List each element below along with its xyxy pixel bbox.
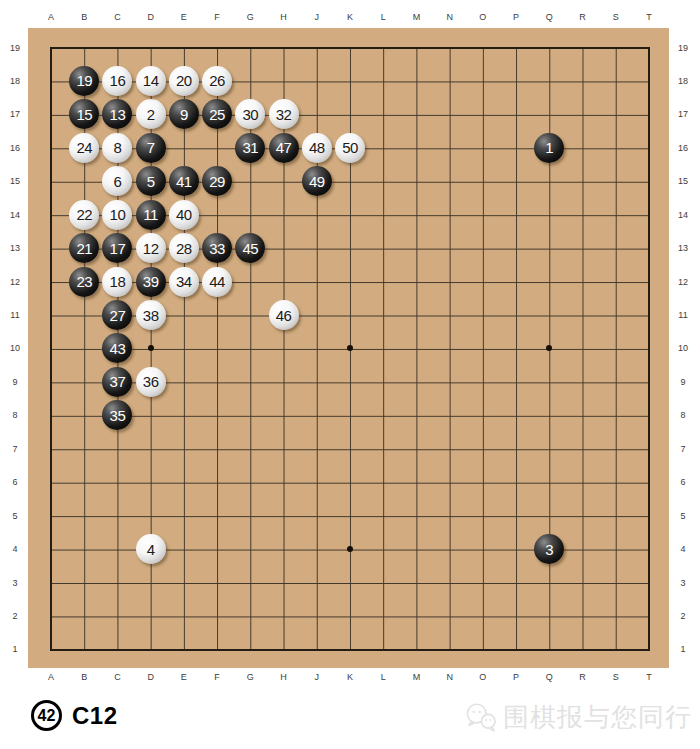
coord-right-16: 16	[678, 143, 688, 153]
coord-right-18: 18	[678, 76, 688, 86]
stone-white-4[interactable]: 4	[136, 534, 166, 564]
coord-bottom-e: E	[181, 672, 187, 682]
coord-left-10: 10	[10, 343, 20, 353]
coord-right-2: 2	[680, 611, 685, 621]
coord-top-s: S	[613, 12, 619, 22]
coord-right-12: 12	[678, 277, 688, 287]
coord-left-12: 12	[10, 277, 20, 287]
coord-bottom-g: G	[247, 672, 254, 682]
coord-left-2: 2	[12, 611, 17, 621]
stone-white-12[interactable]: 12	[136, 233, 166, 263]
coord-left-6: 6	[12, 477, 17, 487]
coord-top-p: P	[513, 12, 519, 22]
stone-black-39[interactable]: 39	[136, 267, 166, 297]
stones-layer: 1234567891011121314151617181920212223242…	[34, 31, 665, 666]
stone-black-29[interactable]: 29	[202, 166, 232, 196]
coord-bottom-t: T	[646, 672, 652, 682]
stone-white-46[interactable]: 46	[269, 300, 299, 330]
watermark: 围棋报与您同行	[464, 696, 692, 738]
watermark-text: 围棋报与您同行	[503, 700, 692, 735]
coord-bottom-b: B	[81, 672, 87, 682]
coord-right-5: 5	[680, 511, 685, 521]
coord-top-l: L	[381, 12, 386, 22]
stone-white-48[interactable]: 48	[302, 133, 332, 163]
coord-right-17: 17	[678, 109, 688, 119]
stone-black-27[interactable]: 27	[102, 300, 132, 330]
stone-white-50[interactable]: 50	[335, 133, 365, 163]
stone-black-47[interactable]: 47	[269, 133, 299, 163]
coord-bottom-q: Q	[546, 672, 553, 682]
stone-black-31[interactable]: 31	[235, 133, 265, 163]
coord-top-t: T	[646, 12, 652, 22]
stone-black-45[interactable]: 45	[235, 233, 265, 263]
coord-bottom-h: H	[280, 672, 287, 682]
go-kifu-diagram: 1234567891011121314151617181920212223242…	[0, 0, 700, 749]
coord-left-18: 18	[10, 76, 20, 86]
coord-bottom-l: L	[381, 672, 386, 682]
stone-black-9[interactable]: 9	[169, 99, 199, 129]
stone-white-34[interactable]: 34	[169, 267, 199, 297]
coord-right-7: 7	[680, 444, 685, 454]
coord-top-d: D	[147, 12, 154, 22]
coord-top-o: O	[479, 12, 486, 22]
go-board[interactable]: 1234567891011121314151617181920212223242…	[28, 28, 669, 668]
stone-white-10[interactable]: 10	[102, 200, 132, 230]
coord-right-3: 3	[680, 578, 685, 588]
coord-top-k: K	[347, 12, 353, 22]
coord-top-c: C	[114, 12, 121, 22]
coord-bottom-s: S	[613, 672, 619, 682]
coord-bottom-k: K	[347, 672, 353, 682]
stone-white-2[interactable]: 2	[136, 99, 166, 129]
stone-black-19[interactable]: 19	[69, 66, 99, 96]
stone-black-49[interactable]: 49	[302, 166, 332, 196]
stone-white-20[interactable]: 20	[169, 66, 199, 96]
stone-white-24[interactable]: 24	[69, 133, 99, 163]
coord-left-16: 16	[10, 143, 20, 153]
coord-left-15: 15	[10, 176, 20, 186]
coord-bottom-n: N	[446, 672, 453, 682]
coord-right-10: 10	[678, 343, 688, 353]
coord-left-4: 4	[12, 544, 17, 554]
coord-top-h: H	[280, 12, 287, 22]
stone-white-22[interactable]: 22	[69, 200, 99, 230]
stone-black-5[interactable]: 5	[136, 166, 166, 196]
coord-left-3: 3	[12, 578, 17, 588]
coord-right-9: 9	[680, 377, 685, 387]
coord-bottom-d: D	[147, 672, 154, 682]
stone-black-41[interactable]: 41	[169, 166, 199, 196]
coord-bottom-j: J	[315, 672, 320, 682]
coord-left-7: 7	[12, 444, 17, 454]
coord-top-j: J	[315, 12, 320, 22]
stone-black-35[interactable]: 35	[102, 400, 132, 430]
stone-black-3[interactable]: 3	[534, 534, 564, 564]
coord-left-1: 1	[12, 644, 17, 654]
coord-top-g: G	[247, 12, 254, 22]
coord-right-8: 8	[680, 410, 685, 420]
coord-right-15: 15	[678, 176, 688, 186]
coord-top-e: E	[181, 12, 187, 22]
stone-white-38[interactable]: 38	[136, 300, 166, 330]
coord-bottom-c: C	[114, 672, 121, 682]
coord-left-11: 11	[10, 310, 19, 320]
coord-left-9: 9	[12, 377, 17, 387]
coord-top-b: B	[81, 12, 87, 22]
coord-right-6: 6	[680, 477, 685, 487]
stone-white-32[interactable]: 32	[269, 99, 299, 129]
coord-left-17: 17	[10, 109, 20, 119]
move-caption: 42 C12	[31, 700, 118, 731]
stone-black-37[interactable]: 37	[102, 367, 132, 397]
stone-white-8[interactable]: 8	[102, 133, 132, 163]
stone-black-23[interactable]: 23	[69, 267, 99, 297]
stone-black-17[interactable]: 17	[102, 233, 132, 263]
stone-white-14[interactable]: 14	[136, 66, 166, 96]
stone-white-36[interactable]: 36	[136, 367, 166, 397]
stone-black-11[interactable]: 11	[136, 200, 166, 230]
coord-bottom-f: F	[214, 672, 220, 682]
stone-white-18[interactable]: 18	[102, 267, 132, 297]
coord-top-a: A	[48, 12, 54, 22]
coord-right-14: 14	[678, 210, 688, 220]
wechat-logo-icon	[464, 698, 498, 736]
coord-right-4: 4	[680, 544, 685, 554]
coord-right-13: 13	[678, 243, 688, 253]
coord-top-m: M	[413, 12, 421, 22]
stone-black-15[interactable]: 15	[69, 99, 99, 129]
stone-white-6[interactable]: 6	[102, 166, 132, 196]
stone-black-25[interactable]: 25	[202, 99, 232, 129]
stone-black-7[interactable]: 7	[136, 133, 166, 163]
coord-bottom-m: M	[413, 672, 421, 682]
stone-black-13[interactable]: 13	[102, 99, 132, 129]
stone-black-21[interactable]: 21	[69, 233, 99, 263]
stone-white-44[interactable]: 44	[202, 267, 232, 297]
coord-top-n: N	[446, 12, 453, 22]
stone-white-26[interactable]: 26	[202, 66, 232, 96]
coord-bottom-o: O	[479, 672, 486, 682]
stone-white-28[interactable]: 28	[169, 233, 199, 263]
move-42-point-label: C12	[72, 702, 118, 730]
stone-white-40[interactable]: 40	[169, 200, 199, 230]
stone-black-1[interactable]: 1	[534, 133, 564, 163]
coord-bottom-p: P	[513, 672, 519, 682]
coord-right-1: 1	[680, 644, 685, 654]
stone-white-30[interactable]: 30	[235, 99, 265, 129]
stone-white-16[interactable]: 16	[102, 66, 132, 96]
coord-left-19: 19	[10, 43, 20, 53]
coord-top-f: F	[214, 12, 220, 22]
coord-left-14: 14	[10, 210, 20, 220]
coord-top-q: Q	[546, 12, 553, 22]
stone-black-33[interactable]: 33	[202, 233, 232, 263]
coord-left-5: 5	[12, 511, 17, 521]
stone-black-43[interactable]: 43	[102, 333, 132, 363]
white-move-42-badge: 42	[31, 700, 62, 731]
coord-top-r: R	[579, 12, 586, 22]
coord-left-8: 8	[12, 410, 17, 420]
coord-right-11: 11	[678, 310, 687, 320]
coord-left-13: 13	[10, 243, 20, 253]
coord-right-19: 19	[678, 43, 688, 53]
coord-bottom-r: R	[579, 672, 586, 682]
coord-bottom-a: A	[48, 672, 54, 682]
